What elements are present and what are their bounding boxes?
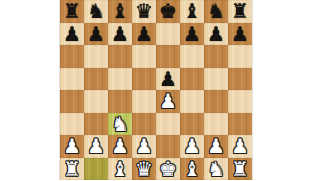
square-e8[interactable]: ♚ xyxy=(156,0,180,23)
square-f6[interactable] xyxy=(180,45,204,68)
square-g8[interactable]: ♞ xyxy=(204,0,228,23)
piece-white-pawn[interactable]: ♟ xyxy=(87,136,105,156)
piece-black-rook[interactable]: ♜ xyxy=(231,1,249,21)
piece-white-king[interactable]: ♚ xyxy=(159,158,177,178)
square-d4[interactable] xyxy=(132,90,156,113)
square-g3[interactable] xyxy=(204,113,228,136)
square-g4[interactable] xyxy=(204,90,228,113)
square-e3[interactable] xyxy=(156,113,180,136)
square-a2[interactable]: ♟ xyxy=(60,135,84,158)
square-f4[interactable] xyxy=(180,90,204,113)
square-f5[interactable] xyxy=(180,68,204,91)
square-f2[interactable]: ♟ xyxy=(180,135,204,158)
square-b6[interactable] xyxy=(84,45,108,68)
square-e2[interactable] xyxy=(156,135,180,158)
piece-black-pawn[interactable]: ♟ xyxy=(231,23,249,43)
square-c6[interactable] xyxy=(108,45,132,68)
piece-black-bishop[interactable]: ♝ xyxy=(183,1,201,21)
square-b5[interactable] xyxy=(84,68,108,91)
square-g5[interactable] xyxy=(204,68,228,91)
piece-white-bishop[interactable]: ♝ xyxy=(111,158,129,178)
piece-white-queen[interactable]: ♛ xyxy=(135,158,153,178)
piece-white-pawn[interactable]: ♟ xyxy=(63,136,81,156)
piece-black-queen[interactable]: ♛ xyxy=(135,1,153,21)
square-a6[interactable] xyxy=(60,45,84,68)
square-d7[interactable]: ♟ xyxy=(132,23,156,46)
piece-white-knight[interactable]: ♞ xyxy=(207,158,225,178)
square-h2[interactable]: ♟ xyxy=(228,135,252,158)
square-h3[interactable] xyxy=(228,113,252,136)
square-e5[interactable]: ♟ xyxy=(156,68,180,91)
square-c5[interactable] xyxy=(108,68,132,91)
square-f8[interactable]: ♝ xyxy=(180,0,204,23)
piece-black-rook[interactable]: ♜ xyxy=(63,1,81,21)
piece-black-pawn[interactable]: ♟ xyxy=(111,23,129,43)
square-c1[interactable]: ♝ xyxy=(108,158,132,181)
chess-board: ♜♞♝♛♚♝♞♜♟♟♟♟♟♟♟♟♟♞♟♟♟♟♟♟♟♜♝♛♚♝♞♜ xyxy=(60,0,252,180)
square-b8[interactable]: ♞ xyxy=(84,0,108,23)
piece-black-pawn[interactable]: ♟ xyxy=(159,68,177,88)
square-b2[interactable]: ♟ xyxy=(84,135,108,158)
square-a3[interactable] xyxy=(60,113,84,136)
square-h7[interactable]: ♟ xyxy=(228,23,252,46)
square-e4[interactable]: ♟ xyxy=(156,90,180,113)
square-h1[interactable]: ♜ xyxy=(228,158,252,181)
piece-white-pawn[interactable]: ♟ xyxy=(183,136,201,156)
square-d1[interactable]: ♛ xyxy=(132,158,156,181)
square-c7[interactable]: ♟ xyxy=(108,23,132,46)
square-h5[interactable] xyxy=(228,68,252,91)
piece-black-knight[interactable]: ♞ xyxy=(87,1,105,21)
square-c8[interactable]: ♝ xyxy=(108,0,132,23)
piece-black-pawn[interactable]: ♟ xyxy=(183,23,201,43)
piece-black-pawn[interactable]: ♟ xyxy=(87,23,105,43)
square-b1[interactable] xyxy=(84,158,108,181)
piece-black-bishop[interactable]: ♝ xyxy=(111,1,129,21)
piece-white-pawn[interactable]: ♟ xyxy=(111,136,129,156)
piece-white-pawn[interactable]: ♟ xyxy=(135,136,153,156)
chess-app: ♜♞♝♛♚♝♞♜♟♟♟♟♟♟♟♟♟♞♟♟♟♟♟♟♟♜♝♛♚♝♞♜ xyxy=(0,0,320,180)
square-b4[interactable] xyxy=(84,90,108,113)
piece-white-pawn[interactable]: ♟ xyxy=(231,136,249,156)
piece-white-pawn[interactable]: ♟ xyxy=(159,91,177,111)
square-a8[interactable]: ♜ xyxy=(60,0,84,23)
square-f3[interactable] xyxy=(180,113,204,136)
square-c3[interactable]: ♞ xyxy=(108,113,132,136)
piece-black-pawn[interactable]: ♟ xyxy=(63,23,81,43)
square-g2[interactable]: ♟ xyxy=(204,135,228,158)
square-c4[interactable] xyxy=(108,90,132,113)
square-d6[interactable] xyxy=(132,45,156,68)
square-a4[interactable] xyxy=(60,90,84,113)
square-g1[interactable]: ♞ xyxy=(204,158,228,181)
square-a5[interactable] xyxy=(60,68,84,91)
square-h8[interactable]: ♜ xyxy=(228,0,252,23)
square-h6[interactable] xyxy=(228,45,252,68)
square-f1[interactable]: ♝ xyxy=(180,158,204,181)
square-g7[interactable]: ♟ xyxy=(204,23,228,46)
square-d2[interactable]: ♟ xyxy=(132,135,156,158)
square-b3[interactable] xyxy=(84,113,108,136)
piece-white-pawn[interactable]: ♟ xyxy=(207,136,225,156)
square-e7[interactable] xyxy=(156,23,180,46)
piece-black-knight[interactable]: ♞ xyxy=(207,1,225,21)
piece-white-bishop[interactable]: ♝ xyxy=(183,158,201,178)
piece-white-rook[interactable]: ♜ xyxy=(63,158,81,178)
square-d8[interactable]: ♛ xyxy=(132,0,156,23)
piece-black-pawn[interactable]: ♟ xyxy=(135,23,153,43)
square-e6[interactable] xyxy=(156,45,180,68)
square-d3[interactable] xyxy=(132,113,156,136)
piece-white-rook[interactable]: ♜ xyxy=(231,158,249,178)
square-c2[interactable]: ♟ xyxy=(108,135,132,158)
square-h4[interactable] xyxy=(228,90,252,113)
piece-black-pawn[interactable]: ♟ xyxy=(207,23,225,43)
piece-white-knight[interactable]: ♞ xyxy=(111,113,129,133)
square-g6[interactable] xyxy=(204,45,228,68)
square-f7[interactable]: ♟ xyxy=(180,23,204,46)
square-d5[interactable] xyxy=(132,68,156,91)
square-a1[interactable]: ♜ xyxy=(60,158,84,181)
square-a7[interactable]: ♟ xyxy=(60,23,84,46)
square-e1[interactable]: ♚ xyxy=(156,158,180,181)
square-b7[interactable]: ♟ xyxy=(84,23,108,46)
piece-black-king[interactable]: ♚ xyxy=(159,1,177,21)
